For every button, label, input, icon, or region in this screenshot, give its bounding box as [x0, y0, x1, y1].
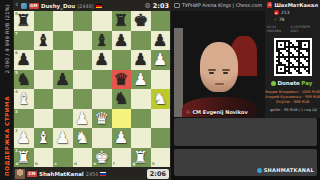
white-bishop-b2[interactable]: ♝ — [36, 128, 51, 148]
white-bishop-a4[interactable]: ♝ — [16, 89, 31, 109]
black-bishop-e7[interactable]: ♝ — [94, 31, 109, 51]
white-king-e1[interactable]: ♚ — [94, 148, 109, 168]
square-e3[interactable]: ♛ — [92, 109, 112, 129]
opponent-clock: 2:03 — [153, 2, 169, 10]
coord-rank-4: 4 — [15, 90, 18, 94]
black-knight-f4[interactable]: ♞ — [114, 89, 129, 109]
stream-screenshot: 2 090 / 9 999 RUB (21%) ПОДДЕРЖКА СТРИМА… — [0, 0, 320, 180]
streamer-face — [200, 42, 238, 92]
player-name[interactable]: ShahMatKanal — [39, 171, 84, 177]
square-f3[interactable] — [112, 109, 132, 129]
coord-file-e: e — [94, 162, 97, 166]
channel-header: ♙ ШахМатКанал — [267, 1, 318, 9]
square-g1[interactable]: g♜ — [131, 148, 151, 168]
channel-name: ШахМатКанал — [274, 2, 318, 8]
streamer-name: CM Evgenij Novikov — [192, 109, 247, 115]
player-rating: 2456 — [86, 171, 99, 177]
opponent-name[interactable]: Dushy_Dou — [41, 3, 75, 9]
opponent-rating: (2448) — [77, 3, 94, 9]
donations-list: Вадим Владимыч - 1000 RUB Андрей Кузьмин… — [265, 90, 320, 113]
gear-icon[interactable]: ⚙ — [145, 2, 151, 10]
coord-rank-1: 1 — [15, 149, 18, 153]
coord-rank-6: 6 — [15, 51, 18, 55]
black-pawn-a6[interactable]: ♟ — [16, 50, 31, 70]
square-c7[interactable] — [53, 31, 73, 51]
coord-rank-5: 5 — [15, 71, 18, 75]
donation-entry: OnlyFan - 888 RUB — [265, 100, 320, 105]
white-pawn-c2[interactable]: ♟ — [55, 128, 70, 148]
coord-file-c: c — [55, 162, 57, 166]
viewers-count: 213 — [281, 10, 290, 15]
square-b3[interactable] — [34, 109, 54, 129]
white-knight-h4[interactable]: ♞ — [153, 89, 168, 109]
square-f5[interactable]: ♛ — [112, 70, 132, 90]
black-rook-a8[interactable]: ♜ — [16, 11, 31, 31]
coord-file-g: g — [133, 162, 136, 166]
square-h6[interactable]: ♟ — [151, 50, 171, 70]
coord-rank-3: 3 — [15, 110, 18, 114]
white-knight-d2[interactable]: ♞ — [75, 128, 90, 148]
square-e6[interactable]: ♟ — [92, 50, 112, 70]
chess-app: ‹ GM Dushy_Dou (2448) ⚙ 2:03 8♜♜♚7♝♝♟♟6♟… — [13, 0, 171, 180]
lower-panels: SHAHMATKANAL — [174, 118, 317, 176]
square-a8[interactable]: 8♜ — [14, 11, 34, 31]
app-icon[interactable] — [21, 3, 27, 9]
channel-watermark: SHAHMATKANAL — [257, 167, 314, 173]
square-e2[interactable] — [92, 128, 112, 148]
square-g6[interactable]: ♟ — [131, 50, 151, 70]
white-pawn-a2[interactable]: ♟ — [16, 128, 31, 148]
square-d7[interactable] — [73, 31, 93, 51]
square-d2[interactable]: ♞ — [73, 128, 93, 148]
streamer-name-tag: ♘ CM Evgenij Novikov — [186, 109, 248, 115]
channel-panel: ♙ ШахМатКанал ▶ 213 ☝ 78 05:21 МОСКВА 4 … — [265, 0, 320, 118]
webcam-video: ♘ CM Evgenij Novikov — [174, 28, 263, 117]
square-f2[interactable]: ♟ — [112, 128, 132, 148]
moscow-time: 05:21 МОСКВА — [267, 25, 290, 33]
coord-rank-8: 8 — [15, 12, 18, 16]
square-e1[interactable]: e♚ — [92, 148, 112, 168]
coord-file-f: f — [113, 162, 115, 166]
qr-code — [274, 38, 312, 76]
square-a2[interactable]: 2♟ — [14, 128, 34, 148]
square-h1[interactable]: h — [151, 148, 171, 168]
datetime-row: 05:21 МОСКВА 4 СЕНТЯБРЯ 2023 — [267, 25, 318, 33]
coord-file-d: d — [74, 162, 77, 166]
black-pawn-c5[interactable]: ♟ — [55, 70, 70, 90]
square-c5[interactable]: ♟ — [53, 70, 73, 90]
donation-entry: - goller - 99 RUB | 1 год (4) — [265, 108, 320, 113]
square-a3[interactable]: 3 — [14, 109, 34, 129]
chess-board[interactable]: 8♜♜♚7♝♝♟♟6♟♟♟♟5♞♟♛♟4♝♞♞3♟♛2♟♝♟♞♟1a♜bcde♚… — [14, 11, 170, 167]
square-d8[interactable] — [73, 11, 93, 31]
white-queen-e3[interactable]: ♛ — [94, 109, 109, 129]
likes-row: ☝ 78 — [267, 16, 318, 23]
coord-rank-7: 7 — [15, 32, 18, 36]
white-rook-a1[interactable]: ♜ — [16, 148, 31, 168]
square-g8[interactable]: ♚ — [131, 11, 151, 31]
white-pawn-d3[interactable]: ♟ — [75, 109, 90, 129]
watermark-text: SHAHMATKANAL — [264, 167, 314, 173]
square-a1[interactable]: 1a♜ — [14, 148, 34, 168]
square-a6[interactable]: 6♟ — [14, 50, 34, 70]
square-a7[interactable]: 7 — [14, 31, 34, 51]
square-b4[interactable] — [34, 89, 54, 109]
black-pawn-e6[interactable]: ♟ — [94, 50, 109, 70]
square-f8[interactable]: ♜ — [112, 11, 132, 31]
square-e5[interactable] — [92, 70, 112, 90]
support-stream-label: ПОДДЕРЖКА СТРИМА — [4, 96, 10, 176]
square-d4[interactable] — [73, 89, 93, 109]
square-c8[interactable] — [53, 11, 73, 31]
square-d1[interactable]: d — [73, 148, 93, 168]
square-e4[interactable] — [92, 89, 112, 109]
donation-goal-banner: 2 090 / 9 999 RUB (21%) ПОДДЕРЖКА СТРИМА — [0, 0, 13, 180]
coord-file-h: h — [152, 162, 155, 166]
square-d6[interactable] — [73, 50, 93, 70]
white-rook-g1[interactable]: ♜ — [133, 148, 148, 168]
square-b2[interactable]: ♝ — [34, 128, 54, 148]
square-h4[interactable]: ♞ — [151, 89, 171, 109]
empty-panel-1 — [174, 118, 317, 146]
stream-header: ТУРНИР Arena Kings | Chess.com — [171, 0, 265, 11]
square-f1[interactable]: f — [112, 148, 132, 168]
square-h7[interactable]: ♟ — [151, 31, 171, 51]
avatar[interactable] — [15, 169, 25, 179]
black-queen-f5[interactable]: ♛ — [114, 70, 129, 90]
square-b8[interactable] — [34, 11, 54, 31]
black-king-g8[interactable]: ♚ — [133, 11, 148, 31]
black-pawn-h7[interactable]: ♟ — [153, 31, 168, 51]
opponent-title-badge: GM — [29, 3, 39, 9]
opponent-bar: ‹ GM Dushy_Dou (2448) ⚙ 2:03 — [13, 0, 171, 11]
white-pawn-f2[interactable]: ♟ — [114, 128, 129, 148]
square-f7[interactable]: ♟ — [112, 31, 132, 51]
donatepay-logo: DonatePay — [271, 80, 312, 86]
player-flag-icon — [100, 172, 106, 176]
square-h5[interactable] — [151, 70, 171, 90]
channel-logo-icon: ♙ — [267, 2, 272, 8]
knight-icon: ♘ — [186, 109, 191, 115]
square-f6[interactable] — [112, 50, 132, 70]
coord-file-b: b — [35, 162, 38, 166]
square-c3[interactable] — [53, 109, 73, 129]
square-e7[interactable]: ♝ — [92, 31, 112, 51]
square-d3[interactable]: ♟ — [73, 109, 93, 129]
opponent-flag-icon — [96, 4, 102, 8]
donatepay-icon — [271, 81, 276, 86]
donation-progress: 2 090 / 9 999 RUB (21%) — [4, 4, 10, 73]
square-b1[interactable]: b — [34, 148, 54, 168]
square-h8[interactable] — [151, 11, 171, 31]
player-clock: 2:06 — [147, 169, 169, 179]
white-pawn-h6[interactable]: ♟ — [153, 50, 168, 70]
white-pawn-g5[interactable]: ♟ — [133, 70, 148, 90]
background-wall — [174, 28, 183, 117]
square-f4[interactable]: ♞ — [112, 89, 132, 109]
square-b5[interactable] — [34, 70, 54, 90]
black-pawn-g6[interactable]: ♟ — [133, 50, 148, 70]
square-g5[interactable]: ♟ — [131, 70, 151, 90]
black-pawn-f7[interactable]: ♟ — [114, 31, 129, 51]
square-c1[interactable]: c — [53, 148, 73, 168]
watermark-icon — [257, 168, 262, 173]
square-a5[interactable]: 5♞ — [14, 70, 34, 90]
black-knight-a5[interactable]: ♞ — [16, 70, 31, 90]
square-e8[interactable] — [92, 11, 112, 31]
square-a4[interactable]: 4♝ — [14, 89, 34, 109]
square-h3[interactable] — [151, 109, 171, 129]
black-rook-f8[interactable]: ♜ — [114, 11, 129, 31]
player-bar: CM ShahMatKanal 2456 2:06 — [13, 167, 171, 180]
tv-icon — [174, 3, 180, 8]
like-icon: ☝ — [274, 17, 277, 22]
webcam-panel: ♘ CM Evgenij Novikov — [171, 11, 265, 118]
coord-file-a: a — [16, 162, 19, 166]
coord-rank-2: 2 — [15, 129, 18, 133]
black-bishop-b7[interactable]: ♝ — [36, 31, 51, 51]
square-g4[interactable] — [131, 89, 151, 109]
square-b6[interactable] — [34, 50, 54, 70]
player-title-badge: CM — [27, 171, 37, 177]
play-icon: ▶ — [274, 10, 279, 15]
square-g2[interactable] — [131, 128, 151, 148]
square-c6[interactable] — [53, 50, 73, 70]
viewers-row: ▶ 213 — [267, 9, 318, 16]
square-h2[interactable] — [151, 128, 171, 148]
square-g7[interactable] — [131, 31, 151, 51]
stream-title: ТУРНИР Arena Kings | Chess.com — [182, 3, 262, 8]
square-c2[interactable]: ♟ — [53, 128, 73, 148]
square-d5[interactable] — [73, 70, 93, 90]
stream-date: 4 СЕНТЯБРЯ 2023 — [290, 25, 318, 33]
back-icon[interactable]: ‹ — [15, 0, 19, 9]
likes-count: 78 — [279, 17, 285, 22]
square-b7[interactable]: ♝ — [34, 31, 54, 51]
square-c4[interactable] — [53, 89, 73, 109]
square-g3[interactable] — [131, 109, 151, 129]
